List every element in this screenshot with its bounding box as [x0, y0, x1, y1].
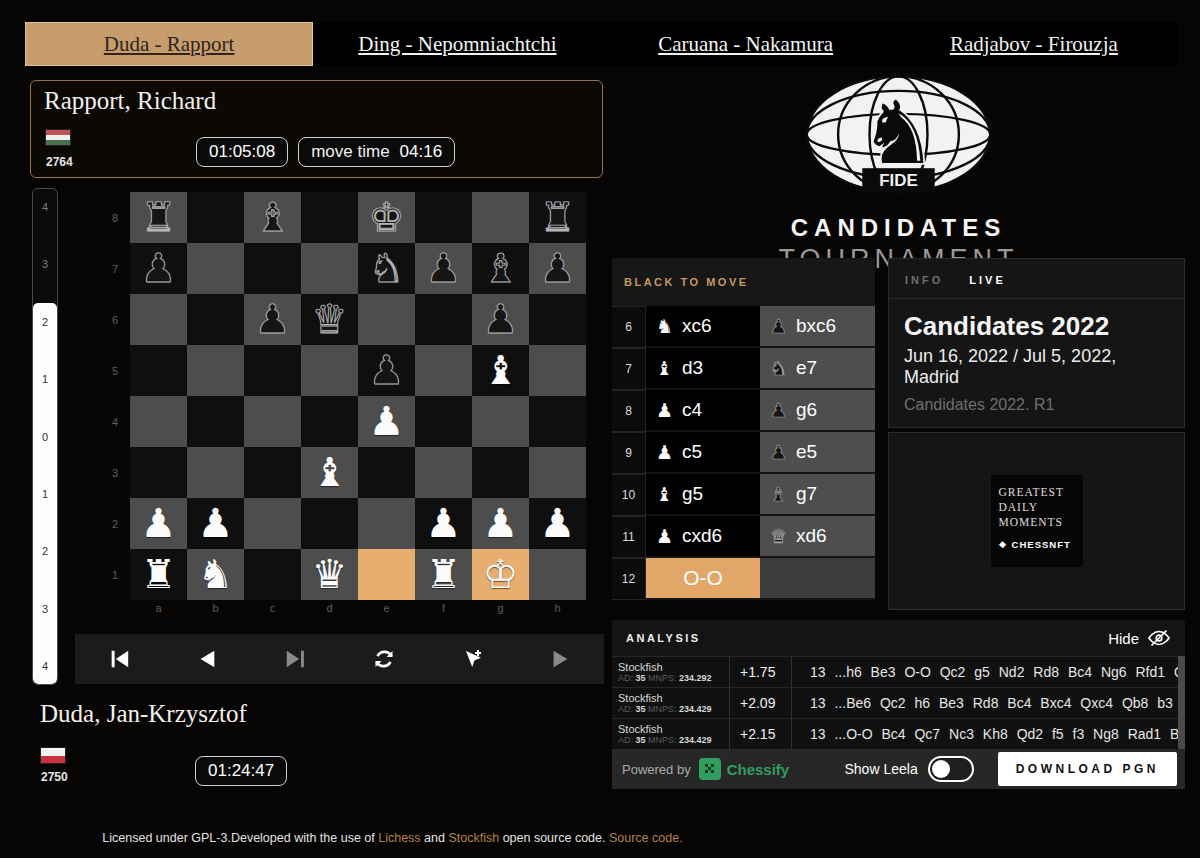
source-code-link[interactable]: Source code.: [609, 831, 683, 845]
square-d1[interactable]: ♛: [301, 549, 358, 600]
chessify-link[interactable]: Chessify: [727, 761, 790, 778]
square-e4[interactable]: ♟: [358, 396, 415, 447]
black-rook: ♜: [540, 192, 576, 243]
square-a6[interactable]: [130, 294, 187, 345]
square-f4[interactable]: [415, 396, 472, 447]
black-pawn: ♟: [540, 243, 576, 294]
rank-label: 7: [96, 243, 130, 294]
square-h1[interactable]: [529, 549, 586, 600]
move-time-label: move time: [311, 142, 389, 162]
square-g6[interactable]: ♟: [472, 294, 529, 345]
square-a1[interactable]: ♜: [130, 549, 187, 600]
tab-live[interactable]: LIVE: [969, 274, 1005, 286]
engine-line[interactable]: 13 ...h6 Be3 O-O Qc2 g5 Nd2 Rd8 Bc4 Ng6 …: [792, 657, 1185, 687]
square-b1[interactable]: ♞: [187, 549, 244, 600]
black-pawn-icon: ♟: [770, 443, 787, 462]
square-h6[interactable]: [529, 294, 586, 345]
square-f2[interactable]: ♟: [415, 498, 472, 549]
black-bishop: ♝: [255, 192, 291, 243]
square-d8[interactable]: [301, 192, 358, 243]
chess-board: 8♜♝♚♜7♟♞♟♝♟6♟♛♟5♟♝4♟3♝2♟♟♟♟♟1♜♞♛♜♔ abcde…: [96, 192, 586, 618]
move-number: 11: [612, 516, 646, 558]
square-d2[interactable]: [301, 498, 358, 549]
engine-name: Stockfish: [618, 692, 663, 704]
black-pawn: ♟: [141, 243, 177, 294]
square-d6[interactable]: ♛: [301, 294, 358, 345]
svg-text:FIDE: FIDE: [879, 171, 917, 190]
square-c6[interactable]: ♟: [244, 294, 301, 345]
hide-analysis-button[interactable]: Hide: [1108, 628, 1171, 648]
black-pawn-icon: ♟: [770, 401, 787, 420]
ad-line: DAILY: [999, 500, 1075, 515]
white-move-6[interactable]: ♞xc6: [646, 306, 760, 348]
white-pawn-icon: ♟: [656, 443, 673, 462]
skip-to-start-button[interactable]: [96, 641, 142, 677]
skip-forward-button[interactable]: [272, 641, 318, 677]
square-a4[interactable]: [130, 396, 187, 447]
square-g8[interactable]: [472, 192, 529, 243]
turn-indicator: BLACK TO MOVE: [612, 258, 875, 306]
square-b8[interactable]: [187, 192, 244, 243]
file-label: h: [529, 600, 586, 618]
eval-tick: 0: [42, 431, 48, 443]
black-pawn: ♟: [483, 294, 519, 345]
tab-caruana-nakamura[interactable]: Caruana - Nakamura: [602, 22, 890, 66]
flip-board-button[interactable]: [361, 641, 407, 677]
file-label: c: [244, 600, 301, 618]
white-move-7[interactable]: ♝d3: [646, 348, 760, 390]
ad-panel: GREATEST DAILY MOMENTS ❖CHESSNFT: [888, 432, 1185, 610]
top-player-clock: 01:05:08: [196, 137, 288, 167]
analysis-row: StockfishAD: 35 MNPS: 234.292+1.7513 ...…: [612, 656, 1185, 687]
white-pawn: ♟: [198, 498, 234, 549]
tab-duda-rapport[interactable]: Duda - Rapport: [25, 22, 313, 66]
square-h3[interactable]: [529, 447, 586, 498]
white-queen: ♛: [312, 549, 348, 600]
hungary-flag-icon: [45, 129, 71, 146]
square-d5[interactable]: [301, 345, 358, 396]
chessnft-brand: CHESSNFT: [1012, 539, 1071, 550]
file-label: d: [301, 600, 358, 618]
black-bishop: ♝: [483, 243, 519, 294]
square-c4[interactable]: [244, 396, 301, 447]
black-pawn: ♟: [369, 345, 405, 396]
white-move-10[interactable]: ♝g5: [646, 474, 760, 516]
chessnft-logo-icon: ❖: [999, 540, 1008, 550]
file-labels: abcdefgh: [96, 600, 586, 618]
game-tabbar: Duda - RapportDing - NepomniachtchiCarua…: [25, 22, 1178, 66]
square-f8[interactable]: [415, 192, 472, 243]
square-b4[interactable]: [187, 396, 244, 447]
square-b3[interactable]: [187, 447, 244, 498]
white-move-9[interactable]: ♟c5: [646, 432, 760, 474]
square-b2[interactable]: ♟: [187, 498, 244, 549]
board-nav-bar: [75, 634, 604, 684]
move-number: 9: [612, 432, 646, 474]
app-root: Duda - RapportDing - NepomniachtchiCarua…: [0, 0, 1200, 858]
black-move-7[interactable]: ♞e7: [760, 348, 875, 390]
black-move-10[interactable]: ♝g7: [760, 474, 875, 516]
square-g2[interactable]: ♟: [472, 498, 529, 549]
white-pawn-icon: ♟: [656, 527, 673, 546]
move-time-box: move time 04:16: [298, 137, 455, 167]
square-e5[interactable]: ♟: [358, 345, 415, 396]
bottom-player-name: Duda, Jan-Krzysztof: [40, 700, 247, 728]
analysis-scrollbar[interactable]: [1178, 656, 1185, 749]
bottom-player-clock: 01:24:47: [195, 756, 287, 786]
black-pawn: ♟: [255, 294, 291, 345]
chessnft-ad[interactable]: GREATEST DAILY MOMENTS ❖CHESSNFT: [991, 475, 1083, 567]
black-knight: ♞: [369, 243, 405, 294]
square-g7[interactable]: ♝: [472, 243, 529, 294]
tournament-info-panel: INFO LIVE Candidates 2022 Jun 16, 2022 /…: [888, 258, 1185, 428]
eval-bar: 432101234: [32, 188, 58, 685]
white-pawn: ♟: [141, 498, 177, 549]
engine-eval: +1.75: [730, 657, 792, 687]
square-d4[interactable]: [301, 396, 358, 447]
fide-branding: ♞ FIDE CANDIDATES TOURNAMENT: [612, 74, 1185, 254]
white-pawn: ♟: [369, 396, 405, 447]
file-label: a: [130, 600, 187, 618]
square-g4[interactable]: [472, 396, 529, 447]
black-bishop-icon: ♝: [770, 485, 787, 504]
white-move-8[interactable]: ♟c4: [646, 390, 760, 432]
black-move-9[interactable]: ♟e5: [760, 432, 875, 474]
square-a5[interactable]: [130, 345, 187, 396]
square-c7[interactable]: [244, 243, 301, 294]
white-rook: ♜: [426, 549, 462, 600]
eval-tick: 1: [42, 488, 48, 500]
square-e8[interactable]: ♚: [358, 192, 415, 243]
add-variation-button[interactable]: [449, 641, 495, 677]
black-move-12: [760, 558, 875, 600]
license-footer: Licensed under GPL-3.Developed with the …: [0, 831, 785, 845]
move-number: 10: [612, 474, 646, 516]
square-b7[interactable]: [187, 243, 244, 294]
white-pawn: ♟: [540, 498, 576, 549]
square-g1[interactable]: ♔: [472, 549, 529, 600]
eval-tick: 4: [42, 201, 48, 213]
tab-info[interactable]: INFO: [905, 274, 943, 286]
square-h5[interactable]: [529, 345, 586, 396]
white-bishop-icon: ♝: [656, 359, 673, 378]
bottom-player-rating: 2750: [41, 770, 68, 784]
square-d7[interactable]: [301, 243, 358, 294]
file-label: g: [472, 600, 529, 618]
square-g5[interactable]: ♝: [472, 345, 529, 396]
square-e3[interactable]: [358, 447, 415, 498]
eval-tick: 2: [42, 545, 48, 557]
rank-label: 3: [96, 447, 130, 498]
fide-logo-icon: ♞ FIDE: [796, 74, 1001, 202]
square-h7[interactable]: ♟: [529, 243, 586, 294]
eval-tick: 4: [42, 660, 48, 672]
top-player-rating: 2764: [46, 155, 73, 169]
candidates-title: CANDIDATES: [612, 214, 1185, 242]
show-leela-label: Show Leela: [845, 761, 918, 777]
move-number: 8: [612, 390, 646, 432]
eval-tick: 3: [42, 603, 48, 615]
lichess-link[interactable]: Lichess: [378, 831, 420, 845]
eval-tick: 3: [42, 258, 48, 270]
ad-line: GREATEST: [999, 485, 1075, 500]
black-rook: ♜: [141, 192, 177, 243]
tournament-dates: Jun 16, 2022 / Jul 5, 2022, Madrid: [904, 346, 1169, 388]
analysis-row: StockfishAD: 35 MNPS: 234.429+2.1513 ...…: [612, 718, 1185, 749]
square-a2[interactable]: ♟: [130, 498, 187, 549]
square-g3[interactable]: [472, 447, 529, 498]
square-e7[interactable]: ♞: [358, 243, 415, 294]
square-c5[interactable]: [244, 345, 301, 396]
square-c2[interactable]: [244, 498, 301, 549]
tournament-title-text: Candidates 2022: [904, 311, 1169, 342]
white-knight-icon: ♞: [656, 317, 673, 336]
bottom-player-block: Duda, Jan-Krzysztof 2750 01:24:47: [40, 700, 600, 795]
square-h2[interactable]: ♟: [529, 498, 586, 549]
eval-tick: 2: [42, 316, 48, 328]
engine-eval: +2.09: [730, 688, 792, 718]
white-pawn: ♟: [426, 498, 462, 549]
white-bishop: ♝: [483, 345, 519, 396]
square-f3[interactable]: [415, 447, 472, 498]
square-a3[interactable]: [130, 447, 187, 498]
black-pawn-icon: ♟: [770, 317, 787, 336]
analysis-row: StockfishAD: 35 MNPS: 234.429+2.0913 ...…: [612, 687, 1185, 718]
square-e2[interactable]: [358, 498, 415, 549]
white-move-12[interactable]: O-O: [646, 558, 760, 600]
engine-name: Stockfish: [618, 723, 663, 735]
tournament-round: Candidates 2022. R1: [904, 396, 1169, 414]
tab-ding-nepomniachtchi[interactable]: Ding - Nepomniachtchi: [313, 22, 601, 66]
square-c1[interactable]: [244, 549, 301, 600]
powered-by-label: Powered by: [622, 762, 691, 777]
white-bishop: ♝: [312, 447, 348, 498]
square-e1[interactable]: [358, 549, 415, 600]
previous-move-button[interactable]: [184, 641, 230, 677]
square-d3[interactable]: ♝: [301, 447, 358, 498]
square-h8[interactable]: ♜: [529, 192, 586, 243]
square-e6[interactable]: [358, 294, 415, 345]
rank-label: 5: [96, 345, 130, 396]
move-time-value: 04:16: [400, 142, 443, 162]
move-number: 12: [612, 558, 646, 600]
square-f6[interactable]: [415, 294, 472, 345]
file-label: f: [415, 600, 472, 618]
square-c8[interactable]: ♝: [244, 192, 301, 243]
square-h4[interactable]: [529, 396, 586, 447]
white-move-11[interactable]: ♟cxd6: [646, 516, 760, 558]
file-label: e: [358, 600, 415, 618]
black-king: ♚: [369, 192, 405, 243]
white-pawn-icon: ♟: [656, 401, 673, 420]
rank-label: 4: [96, 396, 130, 447]
white-king: ♔: [483, 549, 519, 600]
engine-line[interactable]: 13 ...Be6 Qc2 h6 Be3 Rd8 Bc4 Bxc4 Qxc4 Q…: [792, 688, 1185, 718]
top-player-name: Rapport, Richard: [44, 87, 216, 115]
square-b6[interactable]: [187, 294, 244, 345]
black-queen: ♛: [312, 294, 348, 345]
next-move-button[interactable]: [537, 641, 583, 677]
black-pawn: ♟: [426, 243, 462, 294]
file-label: b: [187, 600, 244, 618]
move-list-panel: BLACK TO MOVE 6♞xc6♟bxc67♝d3♞e78♟c4♟g69♟…: [612, 258, 875, 600]
chessify-logo-icon: [699, 758, 721, 780]
rank-label: 2: [96, 498, 130, 549]
white-bishop-icon: ♝: [656, 485, 673, 504]
ad-line: MOMENTS: [999, 515, 1075, 530]
top-player-card: Rapport, Richard 2764 01:05:08 move time…: [30, 80, 603, 178]
black-move-11[interactable]: ♛xd6: [760, 516, 875, 558]
eval-tick: 1: [42, 373, 48, 385]
poland-flag-icon: [40, 747, 66, 764]
engine-line[interactable]: 13 ...O-O Bc4 Qc7 Nc3 Kh8 Qd2 f5 f3 Ng8 …: [792, 719, 1185, 749]
engine-eval: +2.15: [730, 719, 792, 749]
eye-slash-icon: [1147, 628, 1171, 648]
show-leela-toggle[interactable]: [928, 756, 974, 782]
black-move-6[interactable]: ♟bxc6: [760, 306, 875, 348]
rank-label: 8: [96, 192, 130, 243]
square-a8[interactable]: ♜: [130, 192, 187, 243]
move-number: 7: [612, 348, 646, 390]
download-pgn-button[interactable]: DOWNLOAD PGN: [998, 752, 1177, 786]
square-a7[interactable]: ♟: [130, 243, 187, 294]
stockfish-link[interactable]: Stockfish: [448, 831, 499, 845]
white-knight: ♞: [198, 549, 234, 600]
square-f7[interactable]: ♟: [415, 243, 472, 294]
analysis-panel: ANALYSIS Hide StockfishAD: 35 MNPS: 234.…: [612, 620, 1185, 789]
rank-label: 1: [96, 549, 130, 600]
white-rook: ♜: [141, 549, 177, 600]
move-number: 6: [612, 306, 646, 348]
rank-label: 6: [96, 294, 130, 345]
engine-name: Stockfish: [618, 661, 663, 673]
square-b5[interactable]: [187, 345, 244, 396]
analysis-title: ANALYSIS: [626, 632, 701, 644]
square-f1[interactable]: ♜: [415, 549, 472, 600]
black-queen-icon: ♛: [770, 527, 787, 546]
square-f5[interactable]: [415, 345, 472, 396]
white-pawn: ♟: [483, 498, 519, 549]
square-c3[interactable]: [244, 447, 301, 498]
black-knight-icon: ♞: [770, 359, 787, 378]
black-move-8[interactable]: ♟g6: [760, 390, 875, 432]
tab-radjabov-firouzja[interactable]: Radjabov - Firouzja: [890, 22, 1178, 66]
